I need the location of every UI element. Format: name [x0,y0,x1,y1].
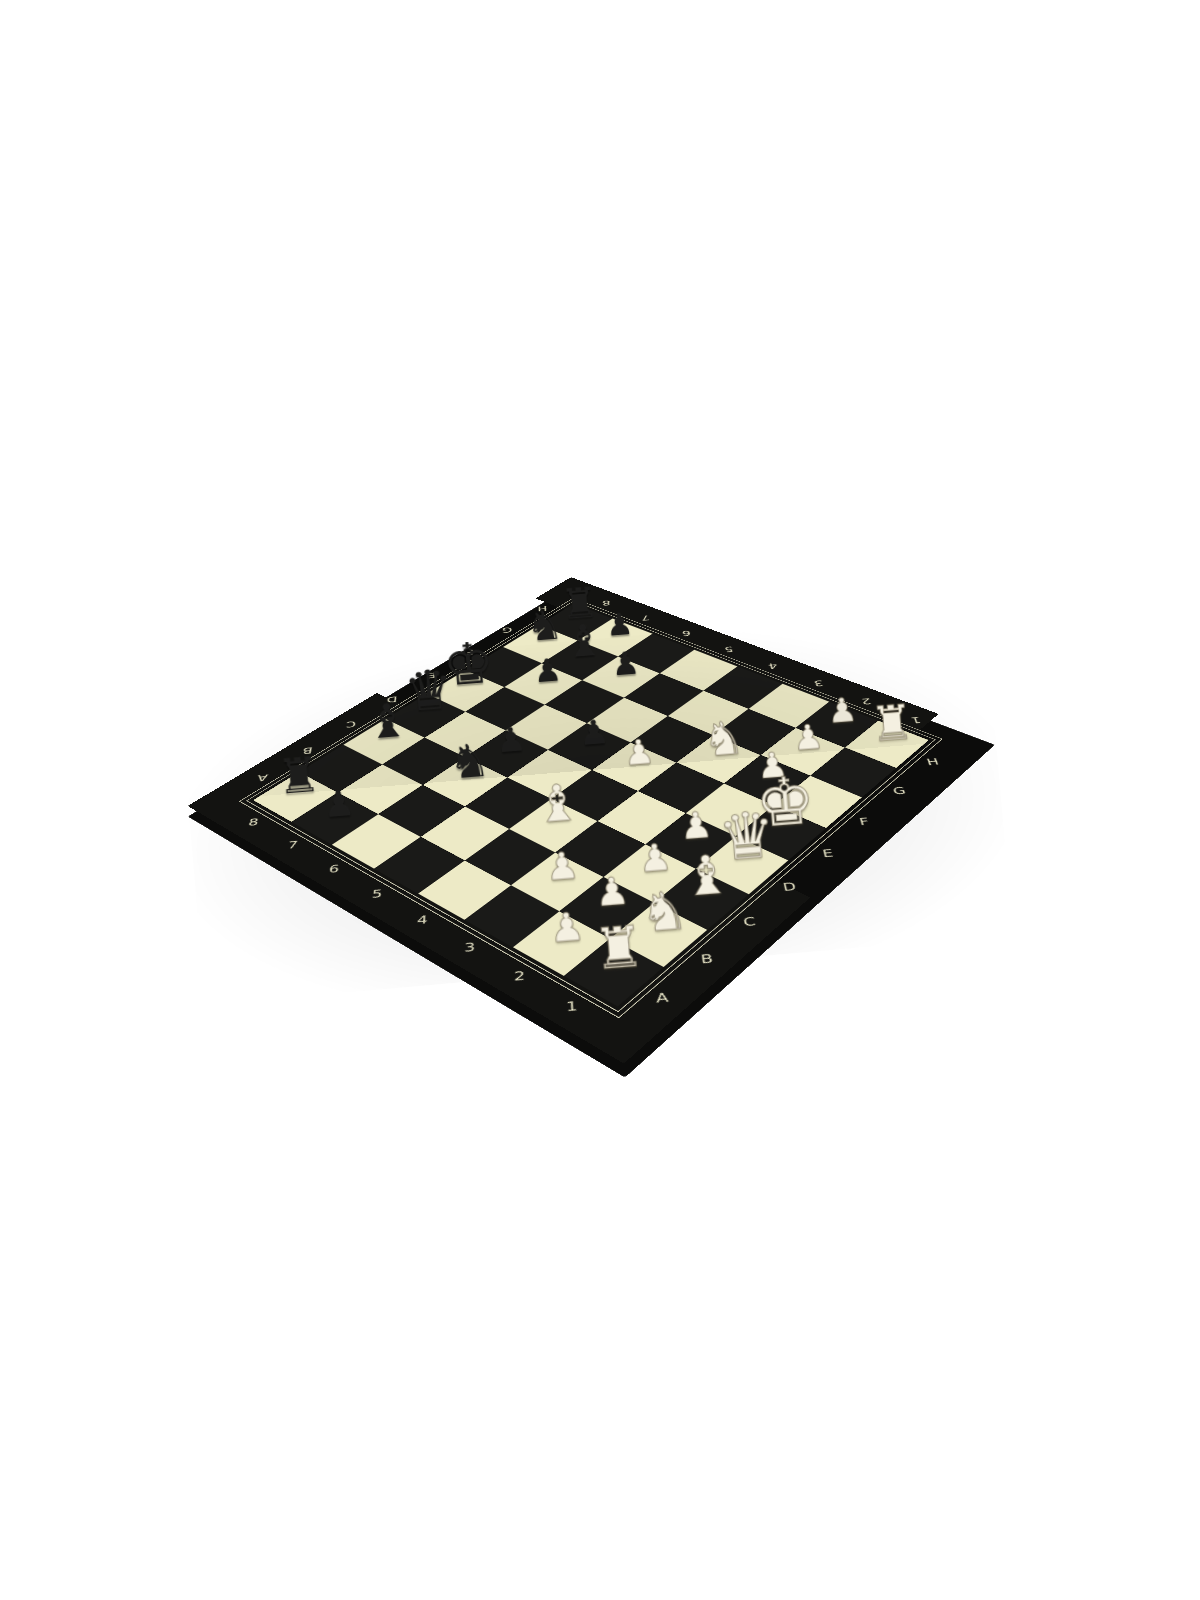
square-h8[interactable]: ♜ [539,604,612,641]
rank-label-right-8: 8 [574,588,638,619]
rank-label-right-7: 7 [613,602,679,634]
square-h1[interactable]: ♜ [845,721,929,769]
file-label-top-h: H [510,593,573,625]
file-label-top-g: G [474,613,539,647]
scene: ♜♝♛♚♞♜♟♟♝♟♞♟♟♟♝♟♟♞♟♟♟♟♟♟♟♜♞♝♛♚♜ 88AA77BB… [0,0,1200,1600]
